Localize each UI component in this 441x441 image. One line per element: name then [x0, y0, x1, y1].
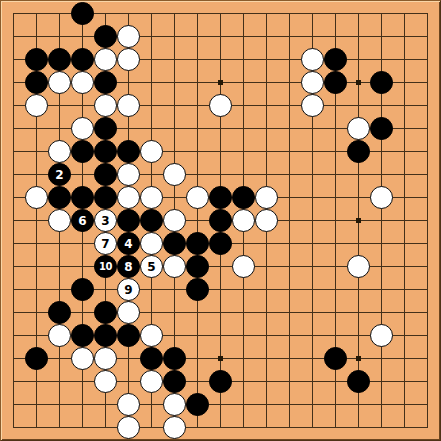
board-point[interactable]	[48, 186, 71, 209]
board-point[interactable]	[48, 301, 71, 324]
board-point[interactable]	[94, 117, 117, 140]
board-point[interactable]	[255, 25, 278, 48]
board-point[interactable]	[48, 416, 71, 439]
board-point[interactable]	[416, 2, 439, 25]
board-point[interactable]: 7	[94, 232, 117, 255]
board-point[interactable]	[416, 278, 439, 301]
board-point[interactable]	[232, 393, 255, 416]
board-point[interactable]	[2, 71, 25, 94]
board-point[interactable]	[163, 48, 186, 71]
board-point[interactable]	[278, 232, 301, 255]
board-point[interactable]	[163, 140, 186, 163]
board-point[interactable]	[163, 370, 186, 393]
board-point[interactable]	[232, 347, 255, 370]
board-point[interactable]	[71, 278, 94, 301]
board-point[interactable]	[416, 232, 439, 255]
board-point[interactable]	[94, 347, 117, 370]
board-point[interactable]	[2, 324, 25, 347]
board-point[interactable]	[370, 163, 393, 186]
board-point[interactable]	[324, 140, 347, 163]
board-point[interactable]	[232, 2, 255, 25]
board-point[interactable]	[140, 71, 163, 94]
board-point[interactable]	[48, 324, 71, 347]
board-point[interactable]	[416, 209, 439, 232]
board-point[interactable]	[2, 2, 25, 25]
board-point[interactable]	[25, 278, 48, 301]
board-point[interactable]	[48, 94, 71, 117]
board-point[interactable]	[25, 416, 48, 439]
board-point[interactable]	[393, 232, 416, 255]
board-point[interactable]	[278, 301, 301, 324]
board-point[interactable]	[71, 324, 94, 347]
board-point[interactable]	[301, 71, 324, 94]
board-point[interactable]	[347, 140, 370, 163]
board-point[interactable]	[347, 2, 370, 25]
board-point[interactable]	[25, 324, 48, 347]
board-point[interactable]	[301, 416, 324, 439]
board-point[interactable]	[71, 2, 94, 25]
board-point[interactable]	[209, 393, 232, 416]
board-point[interactable]	[347, 71, 370, 94]
board-point[interactable]	[117, 416, 140, 439]
board-point[interactable]	[117, 2, 140, 25]
board-point[interactable]	[209, 163, 232, 186]
board-point[interactable]	[48, 71, 71, 94]
board-point[interactable]	[324, 186, 347, 209]
board-point[interactable]	[255, 278, 278, 301]
board-point[interactable]	[416, 416, 439, 439]
board-point[interactable]	[163, 232, 186, 255]
board-point[interactable]	[278, 25, 301, 48]
board-point[interactable]	[186, 71, 209, 94]
board-point[interactable]	[347, 324, 370, 347]
board-point[interactable]	[163, 71, 186, 94]
board-point[interactable]	[393, 71, 416, 94]
board-point[interactable]	[232, 71, 255, 94]
board-point[interactable]	[301, 94, 324, 117]
board-point[interactable]	[416, 301, 439, 324]
board-point[interactable]	[163, 301, 186, 324]
board-point[interactable]	[140, 393, 163, 416]
board-point[interactable]	[301, 163, 324, 186]
board-point[interactable]	[393, 25, 416, 48]
board-point[interactable]	[347, 209, 370, 232]
board-point[interactable]	[71, 94, 94, 117]
board-point[interactable]	[163, 347, 186, 370]
board-point[interactable]: 3	[94, 209, 117, 232]
board-point[interactable]: 2	[48, 163, 71, 186]
board-point[interactable]	[347, 393, 370, 416]
board-point[interactable]	[25, 370, 48, 393]
board-point[interactable]	[2, 48, 25, 71]
board-point[interactable]	[94, 71, 117, 94]
board-point[interactable]	[117, 324, 140, 347]
board-point[interactable]	[25, 2, 48, 25]
board-point[interactable]	[255, 186, 278, 209]
board-point[interactable]	[186, 25, 209, 48]
board-point[interactable]	[324, 416, 347, 439]
board-point[interactable]	[301, 301, 324, 324]
board-point[interactable]	[2, 255, 25, 278]
board-point[interactable]	[209, 347, 232, 370]
board-point[interactable]	[25, 209, 48, 232]
board-point[interactable]	[25, 94, 48, 117]
board-point[interactable]	[2, 94, 25, 117]
board-point[interactable]	[393, 209, 416, 232]
board-point[interactable]	[163, 25, 186, 48]
board-point[interactable]	[186, 324, 209, 347]
board-point[interactable]	[94, 48, 117, 71]
board-point[interactable]	[94, 186, 117, 209]
board-point[interactable]	[416, 186, 439, 209]
board-point[interactable]	[278, 347, 301, 370]
board-point[interactable]	[324, 255, 347, 278]
board-point[interactable]	[232, 25, 255, 48]
board-point[interactable]	[255, 393, 278, 416]
board-point[interactable]	[278, 140, 301, 163]
board-point[interactable]	[278, 71, 301, 94]
board-point[interactable]	[117, 370, 140, 393]
board-point[interactable]	[140, 209, 163, 232]
board-point[interactable]	[301, 232, 324, 255]
board-point[interactable]	[278, 370, 301, 393]
board-point[interactable]	[25, 301, 48, 324]
board-point[interactable]	[370, 48, 393, 71]
board-point[interactable]	[209, 117, 232, 140]
board-point[interactable]	[140, 186, 163, 209]
board-point[interactable]	[163, 94, 186, 117]
board-point[interactable]	[370, 117, 393, 140]
board-point[interactable]	[393, 117, 416, 140]
board-point[interactable]	[94, 163, 117, 186]
board-point[interactable]	[255, 2, 278, 25]
board-point[interactable]	[186, 48, 209, 71]
board-point[interactable]	[117, 94, 140, 117]
board-point[interactable]	[2, 416, 25, 439]
board-point[interactable]	[117, 301, 140, 324]
board-point[interactable]	[25, 393, 48, 416]
board-point[interactable]	[416, 324, 439, 347]
board-point[interactable]	[393, 163, 416, 186]
board-point[interactable]	[232, 416, 255, 439]
board-point[interactable]	[255, 94, 278, 117]
board-point[interactable]	[209, 25, 232, 48]
board-point[interactable]	[301, 186, 324, 209]
board-point[interactable]	[232, 186, 255, 209]
board-point[interactable]	[255, 48, 278, 71]
board-point[interactable]	[94, 140, 117, 163]
board-point[interactable]	[370, 301, 393, 324]
board-point[interactable]	[255, 416, 278, 439]
board-point[interactable]	[71, 186, 94, 209]
board-point[interactable]	[278, 48, 301, 71]
board-point[interactable]	[2, 140, 25, 163]
board-point[interactable]	[370, 186, 393, 209]
board-point[interactable]	[347, 347, 370, 370]
board-point[interactable]	[25, 232, 48, 255]
board-point[interactable]	[416, 255, 439, 278]
board-point[interactable]	[301, 209, 324, 232]
board-point[interactable]	[163, 393, 186, 416]
board-point[interactable]	[48, 232, 71, 255]
board-point[interactable]	[255, 370, 278, 393]
board-point[interactable]	[278, 278, 301, 301]
board-point[interactable]	[94, 94, 117, 117]
board-point[interactable]	[2, 301, 25, 324]
board-point[interactable]	[255, 255, 278, 278]
board-point[interactable]	[186, 117, 209, 140]
board-point[interactable]	[71, 347, 94, 370]
board-point[interactable]	[393, 94, 416, 117]
board-point[interactable]	[393, 140, 416, 163]
board-point[interactable]	[209, 71, 232, 94]
board-point[interactable]	[71, 370, 94, 393]
board-point[interactable]	[186, 2, 209, 25]
board-point[interactable]	[209, 140, 232, 163]
board-point[interactable]	[324, 301, 347, 324]
board-point[interactable]	[209, 278, 232, 301]
board-point[interactable]	[48, 140, 71, 163]
board-point[interactable]	[117, 163, 140, 186]
board-point[interactable]	[71, 48, 94, 71]
board-point[interactable]	[71, 232, 94, 255]
board-point[interactable]	[232, 117, 255, 140]
board-point[interactable]	[301, 2, 324, 25]
board-point[interactable]	[25, 140, 48, 163]
board-point[interactable]	[186, 301, 209, 324]
board-point[interactable]	[2, 232, 25, 255]
board-point[interactable]	[278, 393, 301, 416]
board-point[interactable]	[255, 347, 278, 370]
board-point[interactable]	[301, 117, 324, 140]
board-point[interactable]	[416, 94, 439, 117]
board-point[interactable]	[209, 209, 232, 232]
board-point[interactable]	[117, 140, 140, 163]
board-point[interactable]	[232, 48, 255, 71]
board-point[interactable]	[347, 117, 370, 140]
board-point[interactable]	[370, 140, 393, 163]
board-point[interactable]	[117, 393, 140, 416]
board-point[interactable]	[324, 324, 347, 347]
board-point[interactable]	[163, 2, 186, 25]
board-point[interactable]	[48, 370, 71, 393]
board-point[interactable]	[71, 163, 94, 186]
board-point[interactable]	[232, 232, 255, 255]
board-point[interactable]	[393, 255, 416, 278]
board-point[interactable]	[324, 2, 347, 25]
board-point[interactable]	[71, 71, 94, 94]
board-point[interactable]	[370, 393, 393, 416]
board-point[interactable]	[324, 370, 347, 393]
board-point[interactable]	[232, 370, 255, 393]
board-point[interactable]	[393, 370, 416, 393]
board-point[interactable]	[48, 25, 71, 48]
board-point[interactable]	[209, 232, 232, 255]
board-point[interactable]	[324, 71, 347, 94]
board-point[interactable]	[25, 255, 48, 278]
board-point[interactable]	[255, 232, 278, 255]
board-point[interactable]	[25, 117, 48, 140]
board-point[interactable]	[140, 347, 163, 370]
board-point[interactable]	[324, 232, 347, 255]
board-point[interactable]	[347, 25, 370, 48]
board-point[interactable]	[94, 2, 117, 25]
board-point[interactable]	[278, 163, 301, 186]
board-point[interactable]	[301, 25, 324, 48]
board-point[interactable]	[255, 117, 278, 140]
board-point[interactable]	[140, 301, 163, 324]
board-point[interactable]	[186, 186, 209, 209]
board-point[interactable]	[186, 209, 209, 232]
board-point[interactable]	[209, 94, 232, 117]
board-point[interactable]	[140, 232, 163, 255]
board-point[interactable]	[71, 117, 94, 140]
board-point[interactable]	[347, 232, 370, 255]
board-point[interactable]	[186, 163, 209, 186]
board-point[interactable]	[393, 186, 416, 209]
board-point[interactable]	[370, 209, 393, 232]
board-point[interactable]	[48, 393, 71, 416]
board-point[interactable]	[140, 278, 163, 301]
board-point[interactable]	[347, 186, 370, 209]
board-point[interactable]	[301, 393, 324, 416]
board-point[interactable]	[71, 393, 94, 416]
board-point[interactable]	[25, 71, 48, 94]
board-point[interactable]	[71, 416, 94, 439]
board-point[interactable]	[163, 209, 186, 232]
board-point[interactable]	[347, 48, 370, 71]
board-point[interactable]	[301, 255, 324, 278]
board-point[interactable]	[94, 25, 117, 48]
board-point[interactable]	[140, 163, 163, 186]
board-point[interactable]	[140, 94, 163, 117]
board-point[interactable]	[117, 209, 140, 232]
board-point[interactable]	[186, 232, 209, 255]
board-point[interactable]	[324, 393, 347, 416]
board-point[interactable]	[140, 25, 163, 48]
board-point[interactable]	[71, 255, 94, 278]
board-point[interactable]	[25, 347, 48, 370]
board-point[interactable]	[163, 163, 186, 186]
board-point[interactable]	[163, 186, 186, 209]
board-point[interactable]	[186, 393, 209, 416]
board-point[interactable]	[370, 370, 393, 393]
board-point[interactable]	[393, 347, 416, 370]
board-point[interactable]	[255, 163, 278, 186]
board-point[interactable]	[2, 209, 25, 232]
board-point[interactable]	[416, 117, 439, 140]
board-point[interactable]	[393, 393, 416, 416]
board-point[interactable]	[324, 347, 347, 370]
board-point[interactable]	[393, 301, 416, 324]
board-point[interactable]	[48, 209, 71, 232]
board-point[interactable]	[370, 232, 393, 255]
board-point[interactable]	[163, 255, 186, 278]
board-point[interactable]: 8	[117, 255, 140, 278]
board-point[interactable]	[232, 163, 255, 186]
board-point[interactable]	[370, 278, 393, 301]
board-point[interactable]	[48, 48, 71, 71]
board-point[interactable]	[209, 186, 232, 209]
board-point[interactable]	[232, 94, 255, 117]
board-point[interactable]	[324, 163, 347, 186]
board-point[interactable]	[163, 324, 186, 347]
board-point[interactable]	[278, 255, 301, 278]
board-point[interactable]	[393, 2, 416, 25]
board-point[interactable]	[370, 25, 393, 48]
board-point[interactable]	[347, 278, 370, 301]
board-point[interactable]: 9	[117, 278, 140, 301]
board-point[interactable]	[255, 301, 278, 324]
board-point[interactable]	[301, 347, 324, 370]
board-point[interactable]	[370, 416, 393, 439]
board-point[interactable]	[2, 393, 25, 416]
board-point[interactable]	[2, 370, 25, 393]
board-point[interactable]: 5	[140, 255, 163, 278]
board-point[interactable]	[301, 278, 324, 301]
board-point[interactable]	[324, 278, 347, 301]
board-point[interactable]	[94, 370, 117, 393]
board-point[interactable]	[94, 393, 117, 416]
board-point[interactable]	[163, 416, 186, 439]
board-point[interactable]	[71, 140, 94, 163]
board-point[interactable]	[370, 94, 393, 117]
board-point[interactable]	[25, 48, 48, 71]
board-point[interactable]	[370, 2, 393, 25]
board-point[interactable]	[393, 416, 416, 439]
board-point[interactable]	[117, 71, 140, 94]
board-point[interactable]	[25, 25, 48, 48]
board-point[interactable]	[48, 2, 71, 25]
board-point[interactable]	[301, 48, 324, 71]
board-point[interactable]	[416, 163, 439, 186]
board-point[interactable]	[416, 25, 439, 48]
board-point[interactable]	[94, 324, 117, 347]
board-point[interactable]	[209, 416, 232, 439]
board-point[interactable]: 6	[71, 209, 94, 232]
board-point[interactable]	[324, 25, 347, 48]
board-point[interactable]	[370, 71, 393, 94]
board-point[interactable]	[117, 117, 140, 140]
board-point[interactable]	[209, 301, 232, 324]
board-point[interactable]	[48, 347, 71, 370]
board-point[interactable]	[163, 278, 186, 301]
board-point[interactable]: 10	[94, 255, 117, 278]
board-point[interactable]: 4	[117, 232, 140, 255]
board-point[interactable]	[324, 94, 347, 117]
board-point[interactable]	[186, 255, 209, 278]
board-point[interactable]	[117, 25, 140, 48]
board-point[interactable]	[347, 255, 370, 278]
board-point[interactable]	[25, 186, 48, 209]
board-point[interactable]	[278, 324, 301, 347]
board-point[interactable]	[416, 347, 439, 370]
board-point[interactable]	[140, 48, 163, 71]
board-point[interactable]	[140, 117, 163, 140]
board-point[interactable]	[2, 163, 25, 186]
board-point[interactable]	[186, 278, 209, 301]
board-point[interactable]	[117, 48, 140, 71]
board-point[interactable]	[278, 416, 301, 439]
board-point[interactable]	[278, 2, 301, 25]
board-point[interactable]	[416, 393, 439, 416]
board-point[interactable]	[2, 117, 25, 140]
board-point[interactable]	[140, 324, 163, 347]
board-point[interactable]	[232, 209, 255, 232]
board-point[interactable]	[301, 324, 324, 347]
board-point[interactable]	[278, 117, 301, 140]
board-point[interactable]	[186, 140, 209, 163]
